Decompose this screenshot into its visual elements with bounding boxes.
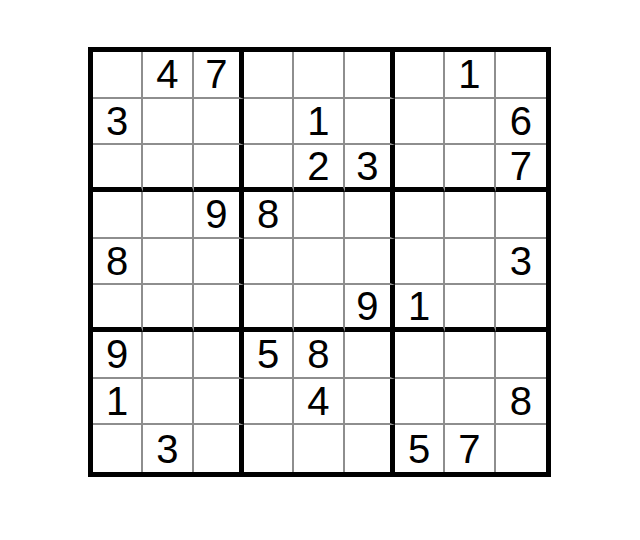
cell-r8c7-empty[interactable] xyxy=(395,379,445,426)
cell-r8c2-empty[interactable] xyxy=(143,379,193,426)
cell-r4c8-empty[interactable] xyxy=(445,192,495,239)
cell-r2c2-empty[interactable] xyxy=(143,99,193,146)
cell-r7c5-given: 8 xyxy=(294,332,344,379)
cell-r8c9-given: 8 xyxy=(496,379,546,426)
cell-r3c8-empty[interactable] xyxy=(445,145,495,192)
cell-r2c4-empty[interactable] xyxy=(244,99,294,146)
cell-r6c3-empty[interactable] xyxy=(194,285,244,332)
cell-r6c2-empty[interactable] xyxy=(143,285,193,332)
cell-r1c8-given: 1 xyxy=(445,52,495,99)
cell-r2c5-given: 1 xyxy=(294,99,344,146)
cell-r5c3-empty[interactable] xyxy=(194,239,244,286)
cell-r6c6-given: 9 xyxy=(345,285,395,332)
cell-r8c3-empty[interactable] xyxy=(194,379,244,426)
cell-r7c2-empty[interactable] xyxy=(143,332,193,379)
cell-r9c8-given: 7 xyxy=(445,425,495,472)
cell-r7c9-empty[interactable] xyxy=(496,332,546,379)
cell-r3c9-given: 7 xyxy=(496,145,546,192)
cell-r2c1-given: 3 xyxy=(93,99,143,146)
cell-r6c5-empty[interactable] xyxy=(294,285,344,332)
cell-r7c1-given: 9 xyxy=(93,332,143,379)
cell-r4c1-empty[interactable] xyxy=(93,192,143,239)
cell-r4c6-empty[interactable] xyxy=(345,192,395,239)
cell-r1c9-empty[interactable] xyxy=(496,52,546,99)
cell-r1c3-given: 7 xyxy=(194,52,244,99)
cell-r7c4-given: 5 xyxy=(244,332,294,379)
cell-r2c9-given: 6 xyxy=(496,99,546,146)
cell-r1c2-given: 4 xyxy=(143,52,193,99)
cell-r3c2-empty[interactable] xyxy=(143,145,193,192)
cell-r5c2-empty[interactable] xyxy=(143,239,193,286)
cell-r9c6-empty[interactable] xyxy=(345,425,395,472)
cell-r2c6-empty[interactable] xyxy=(345,99,395,146)
cell-r1c6-empty[interactable] xyxy=(345,52,395,99)
cell-r9c5-empty[interactable] xyxy=(294,425,344,472)
cell-r3c4-empty[interactable] xyxy=(244,145,294,192)
cell-r7c6-empty[interactable] xyxy=(345,332,395,379)
cell-r1c1-empty[interactable] xyxy=(93,52,143,99)
cell-r5c5-empty[interactable] xyxy=(294,239,344,286)
cell-r1c7-empty[interactable] xyxy=(395,52,445,99)
cell-r3c5-given: 2 xyxy=(294,145,344,192)
cell-r1c5-empty[interactable] xyxy=(294,52,344,99)
cell-r1c4-empty[interactable] xyxy=(244,52,294,99)
cell-r2c7-empty[interactable] xyxy=(395,99,445,146)
cell-r9c9-empty[interactable] xyxy=(496,425,546,472)
cell-r5c6-empty[interactable] xyxy=(345,239,395,286)
cell-r8c6-empty[interactable] xyxy=(345,379,395,426)
cell-r4c7-empty[interactable] xyxy=(395,192,445,239)
cell-r4c4-given: 8 xyxy=(244,192,294,239)
cell-r9c1-empty[interactable] xyxy=(93,425,143,472)
cell-r2c8-empty[interactable] xyxy=(445,99,495,146)
cell-r5c7-empty[interactable] xyxy=(395,239,445,286)
cell-r7c3-empty[interactable] xyxy=(194,332,244,379)
cell-r3c1-empty[interactable] xyxy=(93,145,143,192)
cell-r5c8-empty[interactable] xyxy=(445,239,495,286)
cell-r4c9-empty[interactable] xyxy=(496,192,546,239)
cell-r5c1-given: 8 xyxy=(93,239,143,286)
cell-r5c9-given: 3 xyxy=(496,239,546,286)
cell-r6c8-empty[interactable] xyxy=(445,285,495,332)
cell-r6c7-given: 1 xyxy=(395,285,445,332)
cell-r3c3-empty[interactable] xyxy=(194,145,244,192)
cell-r6c4-empty[interactable] xyxy=(244,285,294,332)
cell-r4c2-empty[interactable] xyxy=(143,192,193,239)
cell-r9c7-given: 5 xyxy=(395,425,445,472)
cell-r9c2-given: 3 xyxy=(143,425,193,472)
sudoku-page: 471316237988391958148357 xyxy=(0,0,640,540)
cell-r5c4-empty[interactable] xyxy=(244,239,294,286)
cell-r2c3-empty[interactable] xyxy=(194,99,244,146)
cell-r7c8-empty[interactable] xyxy=(445,332,495,379)
cell-r4c3-given: 9 xyxy=(194,192,244,239)
cell-r9c3-empty[interactable] xyxy=(194,425,244,472)
cell-r6c1-empty[interactable] xyxy=(93,285,143,332)
cell-r8c8-empty[interactable] xyxy=(445,379,495,426)
cell-r4c5-empty[interactable] xyxy=(294,192,344,239)
cell-r3c7-empty[interactable] xyxy=(395,145,445,192)
cell-r3c6-given: 3 xyxy=(345,145,395,192)
sudoku-board: 471316237988391958148357 xyxy=(88,47,551,477)
cell-r9c4-empty[interactable] xyxy=(244,425,294,472)
cell-r8c4-empty[interactable] xyxy=(244,379,294,426)
cell-r8c5-given: 4 xyxy=(294,379,344,426)
cell-r6c9-empty[interactable] xyxy=(496,285,546,332)
cell-r8c1-given: 1 xyxy=(93,379,143,426)
cell-r7c7-empty[interactable] xyxy=(395,332,445,379)
